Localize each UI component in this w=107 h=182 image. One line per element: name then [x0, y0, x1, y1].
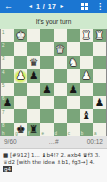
- square-f3[interactable]: ♛: [27, 56, 40, 69]
- square-a8[interactable]: a: [93, 123, 106, 136]
- black-queen: ♛: [29, 56, 38, 69]
- black-rook: ♜: [29, 123, 38, 136]
- rank-label: 5: [2, 83, 5, 88]
- rank-label: 2: [2, 43, 5, 48]
- board-frame: 1♚♜♜2♛3♛♞4♟♟♟5♟♟♟6♟7♝8h♚g♜fedcba: [0, 29, 107, 136]
- square-d7[interactable]: [54, 109, 67, 122]
- file-label: h: [2, 131, 5, 136]
- square-h2[interactable]: 2: [1, 42, 14, 55]
- square-b3[interactable]: [80, 56, 93, 69]
- square-c5[interactable]: ♟: [67, 83, 80, 96]
- square-f7[interactable]: [27, 109, 40, 122]
- square-c1[interactable]: [67, 29, 80, 42]
- square-c3[interactable]: ♞: [67, 56, 80, 69]
- rank-label: 7: [2, 110, 5, 115]
- file-label: f: [28, 131, 29, 136]
- square-a6[interactable]: ♟: [93, 96, 106, 109]
- file-label: c: [68, 131, 70, 136]
- square-b6[interactable]: [80, 96, 93, 109]
- black-bishop: ♝: [82, 109, 91, 122]
- square-h3[interactable]: 3: [1, 56, 14, 69]
- black-pawn: ♟: [29, 69, 38, 82]
- square-h8[interactable]: 8h: [1, 123, 14, 136]
- square-g7[interactable]: [14, 109, 27, 122]
- turn-banner-text: It's your turn: [36, 18, 72, 25]
- square-d3[interactable]: [54, 56, 67, 69]
- square-h4[interactable]: 4: [1, 69, 14, 82]
- file-label: g: [15, 131, 18, 136]
- square-h5[interactable]: 5: [1, 83, 14, 96]
- rank-label: 3: [2, 56, 5, 61]
- white-rook: ♜: [95, 29, 104, 42]
- square-e7[interactable]: [40, 109, 53, 122]
- square-g1[interactable]: ♚: [14, 29, 27, 42]
- square-e8[interactable]: e: [40, 123, 53, 136]
- square-d5[interactable]: [54, 83, 67, 96]
- turn-banner: It's your turn: [0, 13, 107, 29]
- square-b2[interactable]: [80, 42, 93, 55]
- square-f1[interactable]: [27, 29, 40, 42]
- square-d2[interactable]: ♛: [54, 42, 67, 55]
- white-rook: ♜: [82, 29, 91, 42]
- square-f5[interactable]: [27, 83, 40, 96]
- timer: 00:12: [87, 136, 103, 148]
- square-e3[interactable]: [40, 56, 53, 69]
- square-b7[interactable]: ♝: [80, 109, 93, 122]
- rank-label: 4: [2, 70, 5, 75]
- square-d4[interactable]: [54, 69, 67, 82]
- rank-label: 6: [2, 96, 5, 101]
- square-e1[interactable]: [40, 29, 53, 42]
- square-g4[interactable]: ♟: [14, 69, 27, 82]
- black-pawn: ♟: [68, 83, 77, 96]
- square-e2[interactable]: [40, 42, 53, 55]
- rank-label: 1: [2, 30, 5, 35]
- square-c6[interactable]: [67, 96, 80, 109]
- square-b4[interactable]: ♟: [80, 69, 93, 82]
- square-f8[interactable]: ♜f: [27, 123, 40, 136]
- file-label: e: [41, 131, 44, 136]
- move-text: ■ [#912] 1... ♝b4!? 2. axb4 ♛f3 3. ♕d2 […: [3, 152, 100, 165]
- chess-board[interactable]: 1♚♜♜2♛3♛♞4♟♟♟5♟♟♟6♟7♝8h♚g♜fedcba: [1, 29, 106, 136]
- square-b8[interactable]: b: [80, 123, 93, 136]
- square-a7[interactable]: [93, 109, 106, 122]
- square-c2[interactable]: [67, 42, 80, 55]
- file-label: d: [55, 131, 58, 136]
- white-knight: ♞: [68, 56, 77, 69]
- square-a3[interactable]: [93, 56, 106, 69]
- square-g3[interactable]: [14, 56, 27, 69]
- black-pawn: ♟: [42, 83, 51, 96]
- overflow-menu-icon[interactable]: ⋮: [96, 0, 104, 13]
- square-h7[interactable]: 7: [1, 109, 14, 122]
- next-puzzle-icon[interactable]: ►: [59, 0, 64, 13]
- square-e5[interactable]: ♟: [40, 83, 53, 96]
- current-move[interactable]: g4: [3, 166, 12, 172]
- square-a4[interactable]: [93, 69, 106, 82]
- white-king: ♚: [16, 29, 25, 42]
- square-f4[interactable]: ♟: [27, 69, 40, 82]
- top-app-bar: ← ◄ 1 / 17 ► ⋮: [0, 0, 107, 13]
- square-e6[interactable]: [40, 96, 53, 109]
- square-b5[interactable]: [80, 83, 93, 96]
- grid-icon[interactable]: [81, 3, 88, 10]
- square-e4[interactable]: [40, 69, 53, 82]
- square-g6[interactable]: [14, 96, 27, 109]
- square-a2[interactable]: [93, 42, 106, 55]
- file-label: a: [94, 131, 97, 136]
- puzzle-navigation: ◄ 1 / 17 ►: [28, 0, 64, 13]
- square-a5[interactable]: [93, 83, 106, 96]
- square-a1[interactable]: ♜: [93, 29, 106, 42]
- rank-label: 8: [2, 123, 5, 128]
- square-d6[interactable]: [54, 96, 67, 109]
- square-g5[interactable]: [14, 83, 27, 96]
- prev-puzzle-icon[interactable]: ◄: [28, 0, 33, 13]
- white-pawn: ♟: [82, 69, 91, 82]
- square-g2[interactable]: [14, 42, 27, 55]
- square-c8[interactable]: c: [67, 123, 80, 136]
- square-f2[interactable]: [27, 42, 40, 55]
- square-f6[interactable]: [27, 96, 40, 109]
- square-d1[interactable]: [54, 29, 67, 42]
- square-h1[interactable]: 1: [1, 29, 14, 42]
- puzzle-counter: 1 / 17: [36, 0, 57, 13]
- black-pawn: ♟: [95, 96, 104, 109]
- white-pawn: ♟: [16, 69, 25, 82]
- status-bar: 9/60 …# 00:12: [0, 136, 107, 149]
- square-c4[interactable]: [67, 69, 80, 82]
- square-g8[interactable]: ♚g: [14, 123, 27, 136]
- square-h6[interactable]: ♟6: [1, 96, 14, 109]
- square-d8[interactable]: d: [54, 123, 67, 136]
- square-b1[interactable]: ♜: [80, 29, 93, 42]
- file-label: b: [81, 131, 84, 136]
- square-c7[interactable]: [67, 109, 80, 122]
- back-icon[interactable]: ←: [4, 0, 13, 13]
- white-queen: ♛: [55, 43, 64, 56]
- move-list[interactable]: ■ [#912] 1... ♝b4!? 2. axb4 ♛f3 3. ♕d2 […: [0, 149, 107, 182]
